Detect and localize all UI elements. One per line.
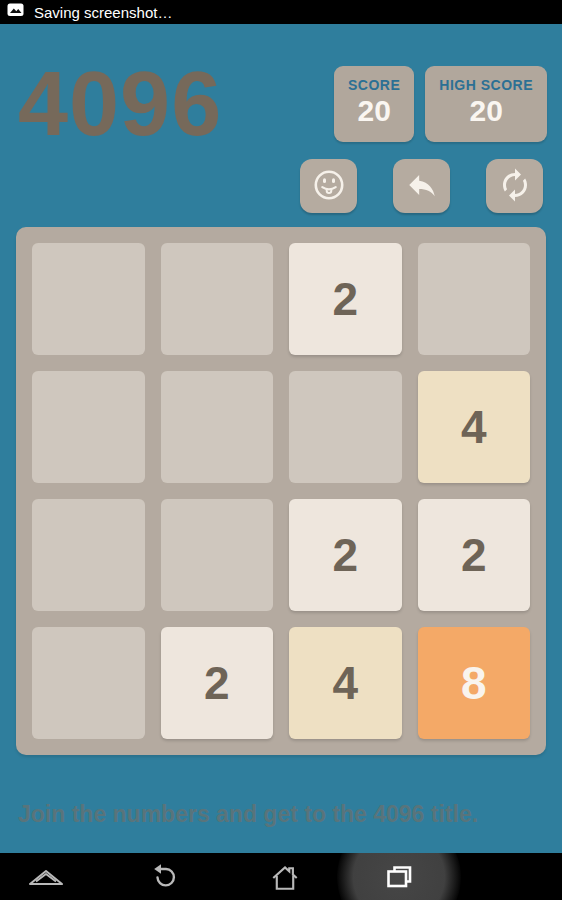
tile-2-r3c4: 2: [418, 499, 531, 611]
high-score-box: HIGH SCORE 20: [425, 66, 547, 142]
high-score-label: HIGH SCORE: [439, 77, 533, 93]
undo-button[interactable]: [393, 159, 450, 213]
tile-2-r3c3: 2: [289, 499, 402, 611]
board[interactable]: 2422248: [16, 227, 546, 755]
mood-button[interactable]: [300, 159, 357, 213]
screenshot-image-icon: [7, 2, 25, 22]
score-label: SCORE: [348, 77, 400, 93]
back-arrow-icon: [150, 862, 178, 892]
back-button[interactable]: [146, 858, 182, 896]
tile-8-r4c4: 8: [418, 627, 531, 739]
header: 4096 SCORE 20 HIGH SCORE 20: [0, 24, 562, 149]
empty-cell: [32, 371, 145, 483]
score-value: 20: [348, 94, 400, 128]
tile-4-r2c4: 4: [418, 371, 531, 483]
status-bar-text: Saving screenshot…: [34, 4, 172, 21]
empty-cell: [289, 371, 402, 483]
empty-cell: [161, 499, 274, 611]
high-score-value: 20: [439, 94, 533, 128]
android-nav-bar: [0, 853, 562, 900]
empty-cell: [161, 243, 274, 355]
home-button[interactable]: [265, 858, 305, 896]
hide-bar-button[interactable]: [22, 862, 70, 892]
home-icon: [269, 862, 301, 892]
tile-2-r4c2: 2: [161, 627, 274, 739]
empty-cell: [418, 243, 531, 355]
app-title: 4096: [18, 59, 222, 149]
empty-cell: [32, 499, 145, 611]
hint-text: Join the numbers and get to the 4096 tit…: [18, 801, 544, 828]
score-panel: SCORE 20 HIGH SCORE 20: [334, 66, 547, 142]
empty-cell: [161, 371, 274, 483]
undo-arrow-icon: [405, 168, 439, 205]
tile-2-r1c3: 2: [289, 243, 402, 355]
toolbar: [0, 159, 562, 213]
android-status-bar: Saving screenshot…: [0, 0, 562, 24]
restart-button[interactable]: [486, 159, 543, 213]
refresh-icon: [497, 167, 533, 206]
game-screen: 4096 SCORE 20 HIGH SCORE 20: [0, 24, 562, 853]
recent-apps-icon: [384, 863, 414, 891]
empty-cell: [32, 627, 145, 739]
recents-button[interactable]: [380, 859, 418, 895]
score-box: SCORE 20: [334, 66, 414, 142]
empty-cell: [32, 243, 145, 355]
tile-4-r4c3: 4: [289, 627, 402, 739]
smiley-tongue-icon: [311, 167, 347, 206]
double-chevron-up-icon: [26, 866, 66, 888]
tablet-screen: Saving screenshot… 4096 SCORE 20 HIGH SC…: [0, 0, 562, 900]
